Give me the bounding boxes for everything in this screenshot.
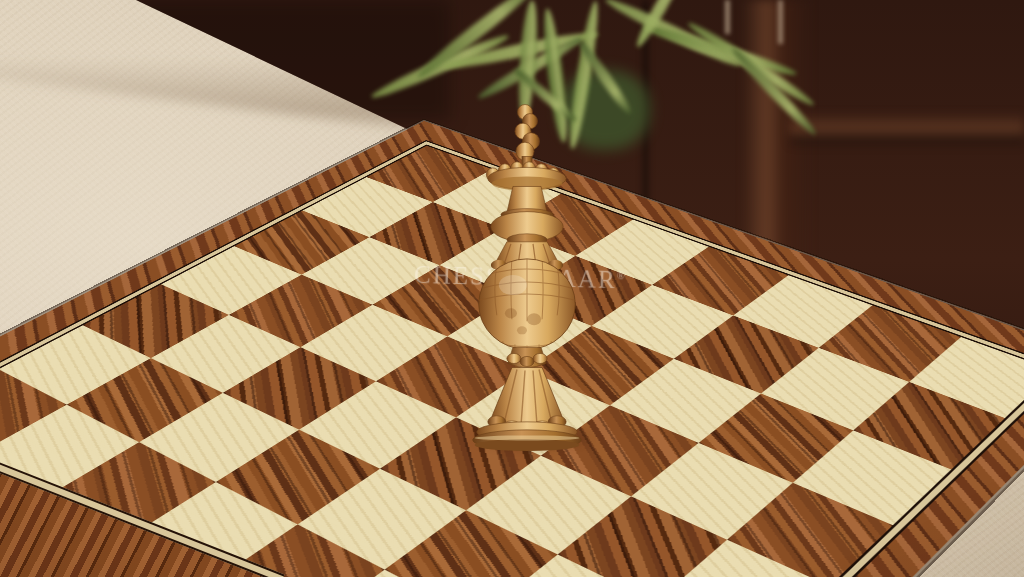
king-stem [507,347,547,367]
cabinet-hinge-highlight [725,0,730,34]
cabinet-hinge-highlight [778,0,783,44]
registered-mark: ® [617,269,626,281]
king-base [473,368,582,451]
white-king-piece [466,100,588,452]
scene: CHESSBAZAAR® [0,0,1024,577]
king-globe [479,255,576,360]
cabinet-molding [790,112,1024,146]
